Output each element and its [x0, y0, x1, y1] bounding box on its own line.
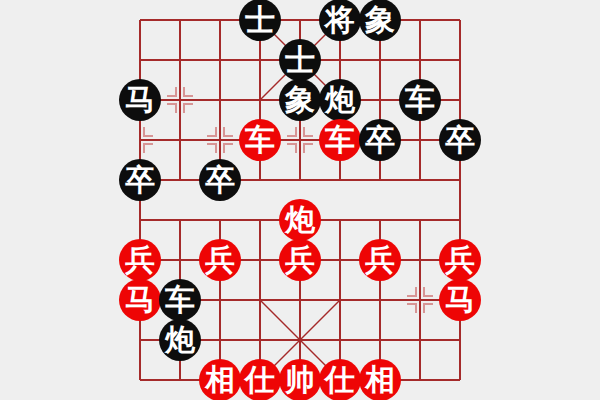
piece-red-horse[interactable]: 马 — [439, 279, 481, 321]
piece-red-horse[interactable]: 马 — [119, 279, 161, 321]
piece-red-pawn[interactable]: 兵 — [439, 239, 481, 281]
piece-black-elephant[interactable]: 象 — [359, 0, 401, 41]
piece-red-advisor[interactable]: 仕 — [239, 359, 281, 400]
piece-black-pawn[interactable]: 卒 — [439, 119, 481, 161]
xiangqi-board: 士将象士马象炮车车车卒卒卒卒炮兵兵兵兵兵马车马炮相仕帅仕相 — [0, 0, 600, 400]
piece-red-pawn[interactable]: 兵 — [119, 239, 161, 281]
piece-red-rook[interactable]: 车 — [319, 119, 361, 161]
piece-red-rook[interactable]: 车 — [239, 119, 281, 161]
piece-black-general[interactable]: 将 — [319, 0, 361, 41]
piece-black-elephant[interactable]: 象 — [279, 79, 321, 121]
piece-red-elephant[interactable]: 相 — [359, 359, 401, 400]
piece-black-advisor[interactable]: 士 — [279, 39, 321, 81]
piece-black-rook[interactable]: 车 — [159, 279, 201, 321]
piece-black-rook[interactable]: 车 — [399, 79, 441, 121]
piece-black-pawn[interactable]: 卒 — [359, 119, 401, 161]
piece-red-pawn[interactable]: 兵 — [199, 239, 241, 281]
piece-black-pawn[interactable]: 卒 — [119, 159, 161, 201]
piece-red-pawn[interactable]: 兵 — [279, 239, 321, 281]
piece-red-cannon[interactable]: 炮 — [279, 199, 321, 241]
piece-black-advisor[interactable]: 士 — [239, 0, 281, 41]
piece-red-general[interactable]: 帅 — [279, 359, 321, 400]
piece-red-pawn[interactable]: 兵 — [359, 239, 401, 281]
piece-black-horse[interactable]: 马 — [119, 79, 161, 121]
pieces-layer: 士将象士马象炮车车车卒卒卒卒炮兵兵兵兵兵马车马炮相仕帅仕相 — [120, 0, 480, 400]
piece-red-elephant[interactable]: 相 — [199, 359, 241, 400]
piece-black-cannon[interactable]: 炮 — [159, 319, 201, 361]
piece-black-cannon[interactable]: 炮 — [319, 79, 361, 121]
piece-red-advisor[interactable]: 仕 — [319, 359, 361, 400]
piece-black-pawn[interactable]: 卒 — [199, 159, 241, 201]
